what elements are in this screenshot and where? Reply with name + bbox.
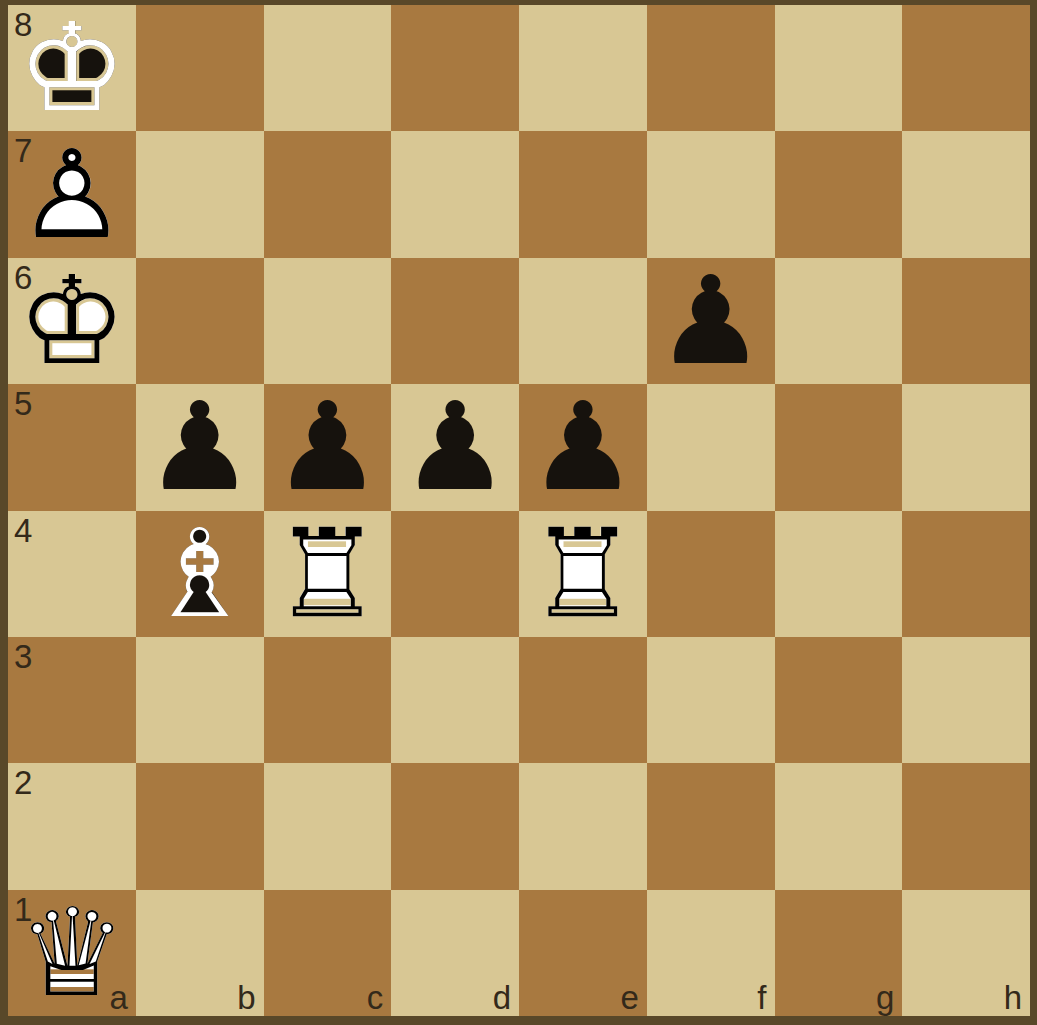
square-h1[interactable]: h xyxy=(902,890,1030,1016)
black-pawn-fill-glyph: ♟ xyxy=(145,386,254,508)
white-rook-outline-glyph: ♖ xyxy=(528,513,637,635)
square-c3[interactable] xyxy=(264,637,392,763)
square-a3[interactable]: 3 xyxy=(8,637,136,763)
square-d2[interactable] xyxy=(391,763,519,889)
file-label-b: b xyxy=(237,981,255,1014)
square-h7[interactable] xyxy=(902,131,1030,257)
square-e3[interactable] xyxy=(519,637,647,763)
square-d4[interactable] xyxy=(391,511,519,637)
square-g5[interactable] xyxy=(775,384,903,510)
white-queen-outline-glyph: ♕ xyxy=(17,892,126,1014)
square-f5[interactable] xyxy=(647,384,775,510)
square-b2[interactable] xyxy=(136,763,264,889)
rank-label-4: 4 xyxy=(14,514,32,547)
square-d8[interactable] xyxy=(391,5,519,131)
square-h8[interactable] xyxy=(902,5,1030,131)
black-pawn-piece[interactable]: ♟ xyxy=(391,384,519,510)
square-a4[interactable]: 4 xyxy=(8,511,136,637)
square-d5[interactable]: ♟ xyxy=(391,384,519,510)
square-f4[interactable] xyxy=(647,511,775,637)
black-bishop-piece[interactable]: ♝♗ xyxy=(136,511,264,637)
square-e1[interactable]: e xyxy=(519,890,647,1016)
black-king-outline-glyph: ♔ xyxy=(17,7,126,129)
white-rook-outline-glyph: ♖ xyxy=(273,513,382,635)
black-pawn-fill-glyph: ♟ xyxy=(656,260,765,382)
square-h4[interactable] xyxy=(902,511,1030,637)
file-label-h: h xyxy=(1004,981,1022,1014)
square-b7[interactable] xyxy=(136,131,264,257)
square-a2[interactable]: 2 xyxy=(8,763,136,889)
square-b5[interactable]: ♟ xyxy=(136,384,264,510)
square-h5[interactable] xyxy=(902,384,1030,510)
square-c4[interactable]: ♜♖ xyxy=(264,511,392,637)
square-b6[interactable] xyxy=(136,258,264,384)
square-g8[interactable] xyxy=(775,5,903,131)
square-a1[interactable]: 1a♛♕ xyxy=(8,890,136,1016)
square-f1[interactable]: f xyxy=(647,890,775,1016)
square-f3[interactable] xyxy=(647,637,775,763)
square-g3[interactable] xyxy=(775,637,903,763)
black-pawn-piece[interactable]: ♟ xyxy=(519,384,647,510)
black-bishop-outline-glyph: ♗ xyxy=(145,513,254,635)
white-rook-piece[interactable]: ♜♖ xyxy=(264,511,392,637)
black-king-piece[interactable]: ♚♔ xyxy=(8,5,136,131)
black-pawn-piece[interactable]: ♟ xyxy=(264,384,392,510)
square-d7[interactable] xyxy=(391,131,519,257)
square-c1[interactable]: c xyxy=(264,890,392,1016)
file-label-c: c xyxy=(367,981,384,1014)
square-a6[interactable]: 6♚♔ xyxy=(8,258,136,384)
square-f8[interactable] xyxy=(647,5,775,131)
black-pawn-fill-glyph: ♟ xyxy=(273,386,382,508)
square-a8[interactable]: 8♚♔ xyxy=(8,5,136,131)
square-c5[interactable]: ♟ xyxy=(264,384,392,510)
square-d3[interactable] xyxy=(391,637,519,763)
square-c7[interactable] xyxy=(264,131,392,257)
square-c2[interactable] xyxy=(264,763,392,889)
square-e6[interactable] xyxy=(519,258,647,384)
file-label-g: g xyxy=(876,981,894,1014)
white-king-piece[interactable]: ♚♔ xyxy=(8,258,136,384)
square-h6[interactable] xyxy=(902,258,1030,384)
black-pawn-fill-glyph: ♟ xyxy=(528,386,637,508)
square-d1[interactable]: d xyxy=(391,890,519,1016)
black-pawn-fill-glyph: ♟ xyxy=(400,386,509,508)
square-a5[interactable]: 5 xyxy=(8,384,136,510)
black-pawn-piece[interactable]: ♟ xyxy=(647,258,775,384)
white-rook-piece[interactable]: ♜♖ xyxy=(519,511,647,637)
white-king-outline-glyph: ♔ xyxy=(17,260,126,382)
square-g7[interactable] xyxy=(775,131,903,257)
square-g1[interactable]: g xyxy=(775,890,903,1016)
rank-label-3: 3 xyxy=(14,640,32,673)
square-b3[interactable] xyxy=(136,637,264,763)
square-b8[interactable] xyxy=(136,5,264,131)
rank-label-2: 2 xyxy=(14,766,32,799)
square-e4[interactable]: ♜♖ xyxy=(519,511,647,637)
square-g2[interactable] xyxy=(775,763,903,889)
file-label-e: e xyxy=(620,981,638,1014)
square-e8[interactable] xyxy=(519,5,647,131)
square-f6[interactable]: ♟ xyxy=(647,258,775,384)
square-e5[interactable]: ♟ xyxy=(519,384,647,510)
square-d6[interactable] xyxy=(391,258,519,384)
white-pawn-piece[interactable]: ♟♙ xyxy=(8,131,136,257)
file-label-f: f xyxy=(757,981,766,1014)
square-b4[interactable]: ♝♗ xyxy=(136,511,264,637)
square-e7[interactable] xyxy=(519,131,647,257)
chess-board: 8♚♔7♟♙6♚♔♟5♟♟♟♟4♝♗♜♖♜♖321a♛♕bcdefgh xyxy=(0,0,1037,1025)
square-b1[interactable]: b xyxy=(136,890,264,1016)
file-label-d: d xyxy=(493,981,511,1014)
black-pawn-piece[interactable]: ♟ xyxy=(136,384,264,510)
square-h3[interactable] xyxy=(902,637,1030,763)
rank-label-5: 5 xyxy=(14,387,32,420)
white-pawn-outline-glyph: ♙ xyxy=(17,134,126,256)
white-queen-piece[interactable]: ♛♕ xyxy=(8,890,136,1016)
square-c8[interactable] xyxy=(264,5,392,131)
square-f2[interactable] xyxy=(647,763,775,889)
square-g4[interactable] xyxy=(775,511,903,637)
square-h2[interactable] xyxy=(902,763,1030,889)
square-f7[interactable] xyxy=(647,131,775,257)
square-g6[interactable] xyxy=(775,258,903,384)
square-c6[interactable] xyxy=(264,258,392,384)
square-a7[interactable]: 7♟♙ xyxy=(8,131,136,257)
square-e2[interactable] xyxy=(519,763,647,889)
